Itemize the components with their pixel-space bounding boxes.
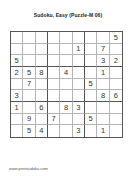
cell-r8c1[interactable] <box>11 114 23 126</box>
cell-r4c8[interactable]: 1 <box>97 67 109 79</box>
cell-r2c6[interactable]: 1 <box>73 44 85 56</box>
cell-r1c5[interactable] <box>60 32 72 44</box>
cell-r4c4[interactable] <box>48 67 60 79</box>
cell-r7c1[interactable]: 1 <box>11 102 23 114</box>
cell-r6c6[interactable] <box>73 90 85 102</box>
cell-r3c9[interactable]: 2 <box>110 55 122 67</box>
cell-r4c9[interactable] <box>110 67 122 79</box>
cell-r8c5[interactable] <box>60 114 72 126</box>
cell-r2c9[interactable] <box>110 44 122 56</box>
cell-r7c2[interactable] <box>23 102 35 114</box>
cell-r9c8[interactable]: 1 <box>97 125 109 137</box>
cell-r6c2[interactable] <box>23 90 35 102</box>
cell-r9c1[interactable] <box>11 125 23 137</box>
cell-r4c2[interactable]: 5 <box>23 67 35 79</box>
cell-r3c1[interactable]: 5 <box>11 55 23 67</box>
sudoku-board: 517532258417538616839755431 <box>10 31 123 138</box>
cell-r9c2[interactable]: 5 <box>23 125 35 137</box>
cell-r1c4[interactable] <box>48 32 60 44</box>
cell-r8c7[interactable]: 5 <box>85 114 97 126</box>
sudoku-page: Sudoku, Easy (Puzzle-M 06) 5175322584175… <box>0 0 136 176</box>
cell-r1c3[interactable] <box>36 32 48 44</box>
cell-r4c6[interactable] <box>73 67 85 79</box>
cell-r3c7[interactable] <box>85 55 97 67</box>
cell-r2c1[interactable] <box>11 44 23 56</box>
puzzle-title: Sudoku, Easy (Puzzle-M 06) <box>0 12 136 18</box>
cell-r6c7[interactable] <box>85 90 97 102</box>
cell-r1c6[interactable] <box>73 32 85 44</box>
cell-r6c5[interactable] <box>60 90 72 102</box>
cell-r7c9[interactable] <box>110 102 122 114</box>
cell-r1c2[interactable] <box>23 32 35 44</box>
cell-r5c4[interactable] <box>48 79 60 91</box>
cell-r5c1[interactable] <box>11 79 23 91</box>
cell-r8c3[interactable] <box>36 114 48 126</box>
cell-r5c3[interactable] <box>36 79 48 91</box>
cell-r2c2[interactable] <box>23 44 35 56</box>
cell-r5c8[interactable] <box>97 79 109 91</box>
cell-r3c6[interactable] <box>73 55 85 67</box>
footer-url: www.printsudoku.com <box>9 166 48 171</box>
cell-r4c5[interactable]: 4 <box>60 67 72 79</box>
cell-r3c4[interactable] <box>48 55 60 67</box>
cell-r9c6[interactable]: 3 <box>73 125 85 137</box>
cell-r7c3[interactable]: 6 <box>36 102 48 114</box>
cell-r6c3[interactable] <box>36 90 48 102</box>
cell-r8c8[interactable] <box>97 114 109 126</box>
cell-r6c1[interactable]: 3 <box>11 90 23 102</box>
cell-r9c4[interactable] <box>48 125 60 137</box>
cell-r2c4[interactable] <box>48 44 60 56</box>
cell-r7c4[interactable] <box>48 102 60 114</box>
cell-r3c2[interactable] <box>23 55 35 67</box>
cell-r1c1[interactable] <box>11 32 23 44</box>
cell-r8c6[interactable] <box>73 114 85 126</box>
cell-r4c1[interactable]: 2 <box>11 67 23 79</box>
cell-r8c2[interactable]: 9 <box>23 114 35 126</box>
cell-r6c4[interactable] <box>48 90 60 102</box>
cell-r2c3[interactable] <box>36 44 48 56</box>
cell-r2c8[interactable]: 7 <box>97 44 109 56</box>
cell-r2c5[interactable] <box>60 44 72 56</box>
cell-r1c7[interactable] <box>85 32 97 44</box>
cell-r2c7[interactable] <box>85 44 97 56</box>
cell-r8c4[interactable]: 7 <box>48 114 60 126</box>
cell-r1c9[interactable]: 5 <box>110 32 122 44</box>
cell-r5c2[interactable]: 7 <box>23 79 35 91</box>
cell-r6c9[interactable]: 6 <box>110 90 122 102</box>
cell-r3c5[interactable] <box>60 55 72 67</box>
cell-r7c6[interactable]: 3 <box>73 102 85 114</box>
cell-r4c7[interactable] <box>85 67 97 79</box>
cell-r5c6[interactable] <box>73 79 85 91</box>
cell-r1c8[interactable] <box>97 32 109 44</box>
cell-r3c3[interactable] <box>36 55 48 67</box>
cell-r9c7[interactable] <box>85 125 97 137</box>
cell-r5c5[interactable] <box>60 79 72 91</box>
cell-r8c9[interactable] <box>110 114 122 126</box>
cell-r4c3[interactable]: 8 <box>36 67 48 79</box>
cell-r3c8[interactable]: 3 <box>97 55 109 67</box>
cell-r9c3[interactable]: 4 <box>36 125 48 137</box>
cell-r9c5[interactable] <box>60 125 72 137</box>
cell-r6c8[interactable]: 8 <box>97 90 109 102</box>
cell-r7c5[interactable]: 8 <box>60 102 72 114</box>
cell-r7c7[interactable] <box>85 102 97 114</box>
cell-r7c8[interactable] <box>97 102 109 114</box>
cell-r5c7[interactable]: 5 <box>85 79 97 91</box>
cell-r5c9[interactable] <box>110 79 122 91</box>
cell-r9c9[interactable] <box>110 125 122 137</box>
